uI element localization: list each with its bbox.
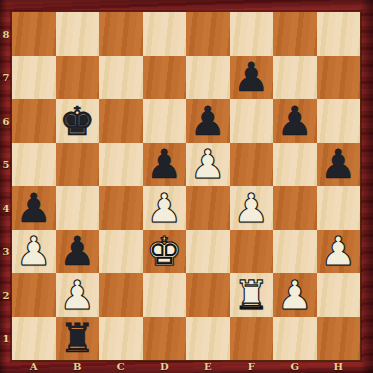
square-a5[interactable]	[12, 143, 56, 187]
square-e1[interactable]	[186, 317, 230, 361]
square-d1[interactable]	[143, 317, 187, 361]
file-label-f: F	[248, 361, 255, 372]
square-e8[interactable]	[186, 12, 230, 56]
square-f5[interactable]	[230, 143, 274, 187]
square-h1[interactable]	[317, 317, 361, 361]
square-e6[interactable]: ♟	[186, 99, 230, 143]
square-a8[interactable]	[12, 12, 56, 56]
square-f6[interactable]	[230, 99, 274, 143]
chessboard: ♟♚♟♟♟♟♟♟♟♟♟♟♚♟♟♜♟♜	[12, 12, 360, 360]
file-label-e: E	[204, 361, 212, 372]
square-c6[interactable]	[99, 99, 143, 143]
black-pawn[interactable]: ♟	[143, 143, 187, 187]
square-c1[interactable]	[99, 317, 143, 361]
square-g2[interactable]: ♟	[273, 273, 317, 317]
square-h6[interactable]	[317, 99, 361, 143]
black-pawn[interactable]: ♟	[317, 143, 361, 187]
square-b4[interactable]	[56, 186, 100, 230]
square-d4[interactable]: ♟	[143, 186, 187, 230]
square-g3[interactable]	[273, 230, 317, 274]
white-rook[interactable]: ♜	[230, 273, 274, 317]
white-pawn[interactable]: ♟	[273, 273, 317, 317]
square-h8[interactable]	[317, 12, 361, 56]
square-b2[interactable]: ♟	[56, 273, 100, 317]
square-b8[interactable]	[56, 12, 100, 56]
file-label-c: C	[117, 361, 125, 372]
square-a6[interactable]	[12, 99, 56, 143]
square-a4[interactable]: ♟	[12, 186, 56, 230]
square-h3[interactable]: ♟	[317, 230, 361, 274]
square-b3[interactable]: ♟	[56, 230, 100, 274]
square-f2[interactable]: ♜	[230, 273, 274, 317]
white-king[interactable]: ♚	[143, 230, 187, 274]
square-h7[interactable]	[317, 56, 361, 100]
black-king[interactable]: ♚	[56, 99, 100, 143]
white-pawn[interactable]: ♟	[230, 186, 274, 230]
rank-label-7: 7	[1, 72, 11, 83]
white-pawn[interactable]: ♟	[12, 230, 56, 274]
square-a2[interactable]	[12, 273, 56, 317]
black-pawn[interactable]: ♟	[273, 99, 317, 143]
square-d3[interactable]: ♚	[143, 230, 187, 274]
rank-label-5: 5	[1, 159, 11, 170]
file-label-h: H	[334, 361, 343, 372]
square-g5[interactable]	[273, 143, 317, 187]
square-d8[interactable]	[143, 12, 187, 56]
rank-label-2: 2	[1, 289, 11, 300]
square-g4[interactable]	[273, 186, 317, 230]
chessboard-frame: ♟♚♟♟♟♟♟♟♟♟♟♟♚♟♟♜♟♜ 87654321ABCDEFGH	[0, 0, 373, 373]
square-b1[interactable]: ♜	[56, 317, 100, 361]
black-rook[interactable]: ♜	[56, 317, 100, 361]
square-e4[interactable]	[186, 186, 230, 230]
square-e3[interactable]	[186, 230, 230, 274]
square-g6[interactable]: ♟	[273, 99, 317, 143]
rank-label-1: 1	[1, 333, 11, 344]
square-f3[interactable]	[230, 230, 274, 274]
square-f4[interactable]: ♟	[230, 186, 274, 230]
square-c5[interactable]	[99, 143, 143, 187]
square-g7[interactable]	[273, 56, 317, 100]
rank-label-8: 8	[1, 28, 11, 39]
square-h5[interactable]: ♟	[317, 143, 361, 187]
black-pawn[interactable]: ♟	[186, 99, 230, 143]
white-pawn[interactable]: ♟	[143, 186, 187, 230]
square-c8[interactable]	[99, 12, 143, 56]
white-pawn[interactable]: ♟	[56, 273, 100, 317]
square-b6[interactable]: ♚	[56, 99, 100, 143]
square-a7[interactable]	[12, 56, 56, 100]
square-e7[interactable]	[186, 56, 230, 100]
square-e2[interactable]	[186, 273, 230, 317]
rank-label-3: 3	[1, 246, 11, 257]
white-pawn[interactable]: ♟	[317, 230, 361, 274]
square-c7[interactable]	[99, 56, 143, 100]
square-c2[interactable]	[99, 273, 143, 317]
square-g1[interactable]	[273, 317, 317, 361]
square-a1[interactable]	[12, 317, 56, 361]
square-a3[interactable]: ♟	[12, 230, 56, 274]
rank-label-4: 4	[1, 202, 11, 213]
file-label-b: B	[73, 361, 81, 372]
square-d5[interactable]: ♟	[143, 143, 187, 187]
square-f8[interactable]	[230, 12, 274, 56]
square-d2[interactable]	[143, 273, 187, 317]
rank-label-6: 6	[1, 115, 11, 126]
file-label-a: A	[30, 361, 38, 372]
square-g8[interactable]	[273, 12, 317, 56]
square-c4[interactable]	[99, 186, 143, 230]
black-pawn[interactable]: ♟	[56, 230, 100, 274]
black-pawn[interactable]: ♟	[12, 186, 56, 230]
square-f1[interactable]	[230, 317, 274, 361]
square-b5[interactable]	[56, 143, 100, 187]
square-b7[interactable]	[56, 56, 100, 100]
file-label-d: D	[160, 361, 169, 372]
square-f7[interactable]: ♟	[230, 56, 274, 100]
square-h2[interactable]	[317, 273, 361, 317]
file-label-g: G	[290, 361, 299, 372]
black-pawn[interactable]: ♟	[230, 56, 274, 100]
square-h4[interactable]	[317, 186, 361, 230]
square-e5[interactable]: ♟	[186, 143, 230, 187]
white-pawn[interactable]: ♟	[186, 143, 230, 187]
square-d6[interactable]	[143, 99, 187, 143]
square-c3[interactable]	[99, 230, 143, 274]
square-d7[interactable]	[143, 56, 187, 100]
